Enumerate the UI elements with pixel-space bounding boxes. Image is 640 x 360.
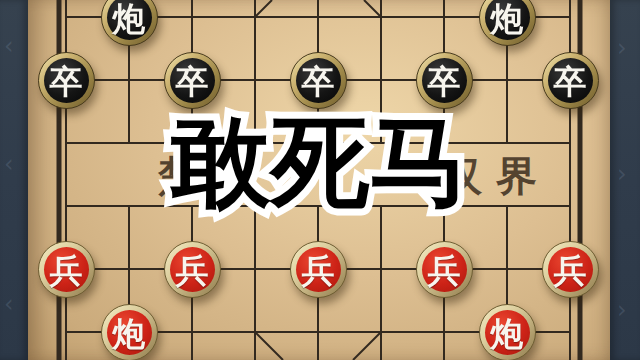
- piece-glyph: 卒: [50, 65, 83, 98]
- piece-red-cannon[interactable]: 炮: [479, 304, 536, 360]
- piece-glyph: 炮: [113, 317, 146, 350]
- chevron-left-icon: ‹: [4, 292, 14, 316]
- piece-glyph: 炮: [491, 2, 524, 35]
- title-text: 敢死马: [172, 104, 469, 219]
- piece-glyph: 兵: [50, 254, 83, 287]
- piece-glyph: 兵: [176, 254, 209, 287]
- piece-red-soldier[interactable]: 兵: [38, 241, 95, 298]
- piece-glyph: 炮: [491, 317, 524, 350]
- piece-face: 兵: [422, 247, 467, 292]
- piece-face: 卒: [170, 58, 215, 103]
- piece-face: 卒: [296, 58, 341, 103]
- piece-face: 卒: [422, 58, 467, 103]
- piece-glyph: 卒: [302, 65, 335, 98]
- piece-black-soldier[interactable]: 卒: [416, 52, 473, 109]
- piece-face: 炮: [485, 310, 530, 355]
- piece-red-soldier[interactable]: 兵: [542, 241, 599, 298]
- piece-red-soldier[interactable]: 兵: [290, 241, 347, 298]
- piece-red-soldier[interactable]: 兵: [164, 241, 221, 298]
- chevron-left-icon: ‹: [4, 152, 14, 176]
- piece-red-soldier[interactable]: 兵: [416, 241, 473, 298]
- piece-glyph: 兵: [554, 254, 587, 287]
- piece-black-soldier[interactable]: 卒: [38, 52, 95, 109]
- chevron-right-icon: ›: [617, 162, 627, 186]
- chevron-left-icon: ‹: [4, 34, 14, 58]
- piece-face: 兵: [44, 247, 89, 292]
- piece-glyph: 兵: [302, 254, 335, 287]
- piece-glyph: 卒: [554, 65, 587, 98]
- piece-black-soldier[interactable]: 卒: [164, 52, 221, 109]
- chevron-right-icon: ›: [617, 298, 627, 322]
- piece-face: 兵: [548, 247, 593, 292]
- piece-glyph: 炮: [113, 2, 146, 35]
- piece-red-cannon[interactable]: 炮: [101, 304, 158, 360]
- left-video-bar: ‹ ‹ ‹: [0, 0, 28, 360]
- piece-face: 卒: [44, 58, 89, 103]
- piece-face: 炮: [107, 310, 152, 355]
- piece-black-soldier[interactable]: 卒: [542, 52, 599, 109]
- video-frame: 楚河 汉界 炮炮卒卒卒卒卒兵兵兵兵炮炮兵 ‹ ‹ ‹ › › › 敢死马 敢死马: [0, 0, 640, 360]
- right-video-bar: › › ›: [610, 0, 640, 360]
- chevron-right-icon: ›: [617, 36, 627, 60]
- piece-face: 炮: [107, 0, 152, 40]
- piece-face: 兵: [296, 247, 341, 292]
- piece-face: 卒: [548, 58, 593, 103]
- title-overlay: 敢死马 敢死马: [172, 104, 469, 221]
- piece-face: 兵: [170, 247, 215, 292]
- piece-glyph: 卒: [176, 65, 209, 98]
- piece-face: 炮: [485, 0, 530, 40]
- piece-glyph: 兵: [428, 254, 461, 287]
- piece-glyph: 卒: [428, 65, 461, 98]
- piece-black-soldier[interactable]: 卒: [290, 52, 347, 109]
